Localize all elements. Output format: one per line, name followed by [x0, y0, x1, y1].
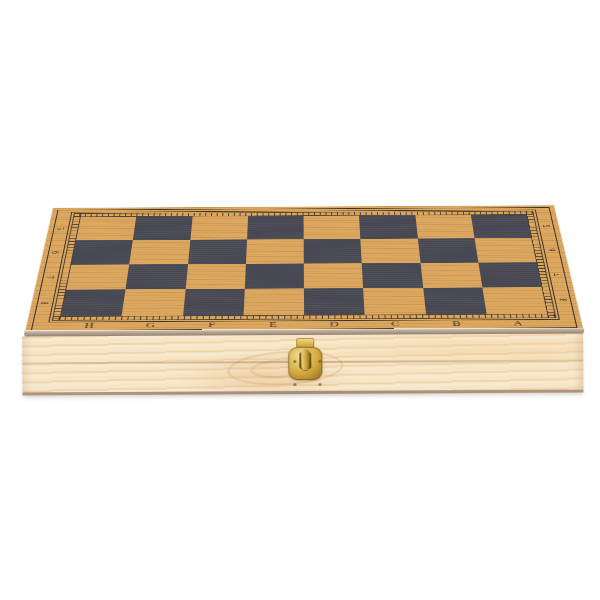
- board-square-g6: [129, 240, 189, 265]
- board-square-b7: [420, 262, 482, 288]
- file-label-f: F: [181, 321, 243, 329]
- rank-label-left-5: 5: [36, 226, 85, 232]
- board-square-f7: [185, 264, 246, 290]
- board-top-face: HGFEDCBA 5678 5678: [25, 205, 584, 333]
- rank-label-right-7: 7: [531, 271, 583, 277]
- board-square-d8: [304, 288, 365, 315]
- rank-label-left-7: 7: [25, 274, 76, 280]
- file-label-a: A: [487, 320, 550, 327]
- file-label-d: D: [304, 321, 365, 329]
- clasp-screw: [318, 360, 321, 363]
- clasp-screw: [293, 360, 296, 363]
- brass-clasp: [286, 338, 324, 384]
- board-square-h5: [76, 217, 136, 241]
- board-square-h6: [71, 240, 133, 265]
- board-square-g8: [122, 289, 185, 316]
- clasp-hook: [301, 349, 309, 370]
- board-top-perspective: HGFEDCBA 5678 5678: [25, 205, 584, 333]
- board-square-f8: [183, 289, 245, 316]
- board-square-f5: [190, 216, 248, 240]
- rank-label-left-6: 6: [31, 249, 81, 255]
- board-square-g7: [126, 264, 188, 290]
- board-square-e8: [243, 289, 304, 316]
- chess-grid: [61, 215, 547, 317]
- board-square-e7: [245, 263, 304, 289]
- file-label-e: E: [243, 321, 304, 329]
- board-square-c7: [362, 263, 423, 289]
- board-square-b6: [417, 238, 478, 263]
- floor-shadow: [40, 389, 565, 402]
- rank-label-left-8: 8: [19, 300, 72, 307]
- file-label-b: B: [426, 320, 488, 328]
- rank-label-right-6: 6: [526, 247, 576, 253]
- board-square-b8: [423, 288, 487, 315]
- file-label-h: H: [58, 322, 120, 330]
- rank-label-right-5: 5: [522, 223, 571, 229]
- board-square-c5: [359, 215, 417, 239]
- board-square-e6: [246, 239, 304, 264]
- board-square-c6: [361, 238, 420, 263]
- rank-label-right-8: 8: [537, 297, 590, 304]
- chess-box: HGFEDCBA 5678 5678: [0, 0, 600, 600]
- file-label-c: C: [365, 320, 427, 328]
- board-square-e5: [247, 216, 304, 240]
- board-square-c8: [363, 288, 425, 315]
- file-label-g: G: [120, 322, 182, 330]
- board-square-d6: [304, 239, 362, 264]
- clasp-screw: [293, 383, 296, 386]
- board-square-g5: [133, 216, 192, 240]
- clasp-screw: [318, 383, 321, 386]
- board-square-d5: [304, 215, 361, 239]
- board-square-f6: [188, 239, 247, 264]
- product-photo-scene: HGFEDCBA 5678 5678: [0, 0, 600, 600]
- board-square-b5: [415, 215, 474, 238]
- board-square-d7: [304, 263, 364, 289]
